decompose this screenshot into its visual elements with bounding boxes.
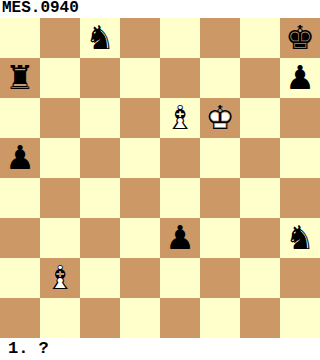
square-h6[interactable] xyxy=(280,98,320,138)
square-d2[interactable] xyxy=(120,258,160,298)
piece-black-pawn: ♟ xyxy=(0,138,40,178)
move-prompt: 1. ? xyxy=(0,338,320,360)
square-c7[interactable] xyxy=(80,58,120,98)
square-d7[interactable] xyxy=(120,58,160,98)
square-f1[interactable] xyxy=(200,298,240,338)
square-b7[interactable] xyxy=(40,58,80,98)
square-f3[interactable] xyxy=(200,218,240,258)
square-h3[interactable]: ♞ xyxy=(280,218,320,258)
square-d3[interactable] xyxy=(120,218,160,258)
square-c4[interactable] xyxy=(80,178,120,218)
square-h1[interactable] xyxy=(280,298,320,338)
square-f6[interactable]: ♚♔ xyxy=(200,98,240,138)
piece-black-knight: ♞ xyxy=(280,218,320,258)
square-f2[interactable] xyxy=(200,258,240,298)
square-h8[interactable]: ♚ xyxy=(280,18,320,58)
square-h7[interactable]: ♟ xyxy=(280,58,320,98)
piece-outline: ♗ xyxy=(40,258,80,298)
square-g4[interactable] xyxy=(240,178,280,218)
piece-outline: ♗ xyxy=(160,98,200,138)
piece-black-knight: ♞ xyxy=(80,18,120,58)
square-b1[interactable] xyxy=(40,298,80,338)
square-d6[interactable] xyxy=(120,98,160,138)
square-b3[interactable] xyxy=(40,218,80,258)
square-g3[interactable] xyxy=(240,218,280,258)
piece-black-rook: ♜ xyxy=(0,58,40,98)
square-c5[interactable] xyxy=(80,138,120,178)
square-d4[interactable] xyxy=(120,178,160,218)
square-c2[interactable] xyxy=(80,258,120,298)
square-b5[interactable] xyxy=(40,138,80,178)
square-f7[interactable] xyxy=(200,58,240,98)
square-g8[interactable] xyxy=(240,18,280,58)
square-c1[interactable] xyxy=(80,298,120,338)
square-a4[interactable] xyxy=(0,178,40,218)
square-e4[interactable] xyxy=(160,178,200,218)
square-f5[interactable] xyxy=(200,138,240,178)
square-a2[interactable] xyxy=(0,258,40,298)
square-d1[interactable] xyxy=(120,298,160,338)
square-f4[interactable] xyxy=(200,178,240,218)
square-b4[interactable] xyxy=(40,178,80,218)
square-a6[interactable] xyxy=(0,98,40,138)
square-a3[interactable] xyxy=(0,218,40,258)
piece-white-bishop: ♝♗ xyxy=(40,258,80,298)
square-a7[interactable]: ♜ xyxy=(0,58,40,98)
square-c3[interactable] xyxy=(80,218,120,258)
square-e2[interactable] xyxy=(160,258,200,298)
square-d8[interactable] xyxy=(120,18,160,58)
piece-white-bishop: ♝♗ xyxy=(160,98,200,138)
square-e3[interactable]: ♟ xyxy=(160,218,200,258)
square-e8[interactable] xyxy=(160,18,200,58)
square-g2[interactable] xyxy=(240,258,280,298)
chess-board: ♞♚♜♟♝♗♚♔♟♟♞♝♗ xyxy=(0,18,320,338)
square-b8[interactable] xyxy=(40,18,80,58)
square-h2[interactable] xyxy=(280,258,320,298)
piece-outline: ♔ xyxy=(200,98,240,138)
square-g1[interactable] xyxy=(240,298,280,338)
square-c6[interactable] xyxy=(80,98,120,138)
square-g5[interactable] xyxy=(240,138,280,178)
square-e7[interactable] xyxy=(160,58,200,98)
square-d5[interactable] xyxy=(120,138,160,178)
square-g6[interactable] xyxy=(240,98,280,138)
square-b6[interactable] xyxy=(40,98,80,138)
square-a5[interactable]: ♟ xyxy=(0,138,40,178)
piece-white-king: ♚♔ xyxy=(200,98,240,138)
piece-black-pawn: ♟ xyxy=(160,218,200,258)
square-b2[interactable]: ♝♗ xyxy=(40,258,80,298)
puzzle-id: MES.0940 xyxy=(0,0,320,18)
piece-black-king: ♚ xyxy=(280,18,320,58)
square-h4[interactable] xyxy=(280,178,320,218)
square-e6[interactable]: ♝♗ xyxy=(160,98,200,138)
square-a8[interactable] xyxy=(0,18,40,58)
square-a1[interactable] xyxy=(0,298,40,338)
square-g7[interactable] xyxy=(240,58,280,98)
square-h5[interactable] xyxy=(280,138,320,178)
square-e5[interactable] xyxy=(160,138,200,178)
square-e1[interactable] xyxy=(160,298,200,338)
square-f8[interactable] xyxy=(200,18,240,58)
square-c8[interactable]: ♞ xyxy=(80,18,120,58)
piece-black-pawn: ♟ xyxy=(280,58,320,98)
